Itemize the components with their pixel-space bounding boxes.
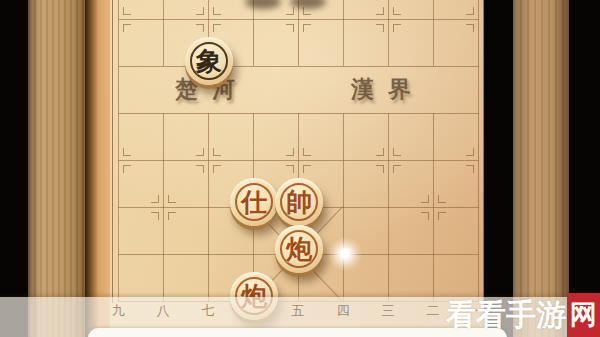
position-marker	[123, 7, 131, 15]
position-marker	[123, 148, 131, 156]
position-marker	[286, 165, 294, 173]
grid-line-v	[118, 0, 119, 302]
position-marker	[303, 165, 311, 173]
xiangqi-game-screen: 楚河 漢界 象仕帥炮炮 九八七五四三二一 看看手游 网	[0, 0, 600, 337]
grid-line-v	[343, 113, 344, 302]
grid-line-v	[343, 0, 344, 66]
piece-character: 象	[185, 37, 233, 85]
position-marker	[286, 7, 294, 15]
grid-line-v	[478, 0, 479, 302]
position-marker	[376, 148, 384, 156]
file-label: 二	[427, 302, 440, 320]
piece-black-elephant[interactable]: 象	[185, 37, 233, 85]
position-marker	[168, 195, 176, 203]
watermark: 看看手游 网	[446, 293, 600, 337]
position-marker	[421, 195, 429, 203]
position-marker	[393, 165, 401, 173]
river-label-han-jie: 漢界	[351, 74, 425, 105]
position-marker	[213, 148, 221, 156]
file-label: 五	[292, 302, 305, 320]
file-label: 七	[202, 302, 215, 320]
position-marker	[393, 24, 401, 32]
position-marker	[213, 24, 221, 32]
position-marker	[168, 212, 176, 220]
position-marker	[286, 24, 294, 32]
position-marker	[286, 148, 294, 156]
position-marker	[151, 195, 159, 203]
position-marker	[466, 148, 474, 156]
grid-line-v	[163, 113, 164, 302]
position-marker	[376, 7, 384, 15]
piece-red-advisor[interactable]: 仕	[230, 178, 278, 226]
piece-character: 仕	[230, 178, 278, 226]
grid-line-v	[208, 113, 209, 302]
grid-line-h	[118, 66, 479, 67]
position-marker	[376, 24, 384, 32]
position-marker	[303, 148, 311, 156]
board-border-line	[112, 0, 113, 303]
position-marker	[466, 7, 474, 15]
watermark-text: 看看手游	[446, 295, 566, 336]
grid-line-v	[253, 0, 254, 66]
position-marker	[196, 165, 204, 173]
cropped-piece-shadow	[290, 0, 326, 9]
move-indicator-dot[interactable]	[328, 237, 362, 271]
grid-line-v	[388, 0, 389, 66]
piece-character: 帥	[275, 178, 323, 226]
position-marker	[303, 24, 311, 32]
position-marker	[438, 212, 446, 220]
position-marker	[393, 7, 401, 15]
position-marker	[466, 165, 474, 173]
grid-line-v	[298, 0, 299, 66]
position-marker	[213, 7, 221, 15]
position-marker	[213, 165, 221, 173]
file-label: 三	[382, 302, 395, 320]
piece-character: 炮	[275, 225, 323, 273]
grid-line-v	[433, 113, 434, 302]
file-label: 九	[112, 302, 125, 320]
position-marker	[196, 7, 204, 15]
grid-line-v	[433, 0, 434, 66]
piece-red-cannon[interactable]: 炮	[275, 225, 323, 273]
position-marker	[438, 195, 446, 203]
position-marker	[123, 165, 131, 173]
board-border-line	[483, 0, 484, 303]
position-marker	[151, 212, 159, 220]
file-label: 四	[337, 302, 350, 320]
position-marker	[196, 148, 204, 156]
position-marker	[376, 165, 384, 173]
file-label: 八	[157, 302, 170, 320]
position-marker	[123, 24, 131, 32]
position-marker	[393, 148, 401, 156]
grid-line-v	[163, 0, 164, 66]
position-marker	[421, 212, 429, 220]
grid-line-v	[388, 113, 389, 302]
watermark-badge: 网	[567, 293, 600, 337]
position-marker	[466, 24, 474, 32]
cropped-piece-shadow	[245, 0, 281, 9]
board-grid: 楚河 漢界 象仕帥炮炮	[0, 0, 600, 337]
piece-red-general[interactable]: 帥	[275, 178, 323, 226]
position-marker	[196, 24, 204, 32]
bottom-panel	[88, 328, 507, 337]
